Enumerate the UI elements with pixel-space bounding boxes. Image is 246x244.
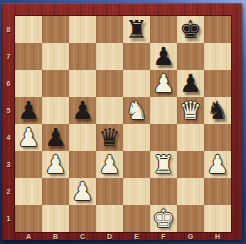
file-label-g: G xyxy=(177,232,204,240)
rank-label-5: 5 xyxy=(2,97,15,124)
piece-black-king[interactable]: ♚ xyxy=(177,16,204,43)
square-g4[interactable] xyxy=(177,124,204,151)
file-label-e: E xyxy=(123,232,150,240)
square-d6[interactable] xyxy=(96,70,123,97)
square-d8[interactable] xyxy=(96,16,123,43)
square-d7[interactable] xyxy=(96,43,123,70)
square-e8[interactable]: ♜ xyxy=(123,16,150,43)
piece-white-rook[interactable]: ♜ xyxy=(150,151,177,178)
square-b6[interactable] xyxy=(42,70,69,97)
square-a8[interactable] xyxy=(15,16,42,43)
rank-label-2: 2 xyxy=(2,178,15,205)
piece-white-king[interactable]: ♚ xyxy=(150,205,177,232)
piece-white-pawn[interactable]: ♟ xyxy=(15,124,42,151)
square-e7[interactable] xyxy=(123,43,150,70)
square-h6[interactable] xyxy=(204,70,231,97)
square-f6[interactable]: ♟ xyxy=(150,70,177,97)
square-g8[interactable]: ♚ xyxy=(177,16,204,43)
square-a5[interactable]: ♟ xyxy=(15,97,42,124)
rank-label-7: 7 xyxy=(2,43,15,70)
chess-board: ♜♚♟♟♟♟♟♞♛♞♟♟♛♟♟♜♟♟♚ xyxy=(15,16,231,232)
square-a7[interactable] xyxy=(15,43,42,70)
square-c2[interactable]: ♟ xyxy=(69,178,96,205)
square-h1[interactable] xyxy=(204,205,231,232)
file-label-c: C xyxy=(69,232,96,240)
rank-label-4: 4 xyxy=(2,124,15,151)
square-g6[interactable]: ♟ xyxy=(177,70,204,97)
square-h7[interactable] xyxy=(204,43,231,70)
square-c8[interactable] xyxy=(69,16,96,43)
piece-white-pawn[interactable]: ♟ xyxy=(42,151,69,178)
square-c3[interactable] xyxy=(69,151,96,178)
square-f8[interactable] xyxy=(150,16,177,43)
square-f5[interactable] xyxy=(150,97,177,124)
square-b4[interactable]: ♟ xyxy=(42,124,69,151)
square-a4[interactable]: ♟ xyxy=(15,124,42,151)
piece-black-pawn[interactable]: ♟ xyxy=(177,70,204,97)
piece-white-pawn[interactable]: ♟ xyxy=(150,70,177,97)
square-c6[interactable] xyxy=(69,70,96,97)
rank-label-8: 8 xyxy=(2,16,15,43)
square-e1[interactable] xyxy=(123,205,150,232)
square-e6[interactable] xyxy=(123,70,150,97)
piece-black-queen[interactable]: ♛ xyxy=(96,124,123,151)
square-e2[interactable] xyxy=(123,178,150,205)
square-a1[interactable] xyxy=(15,205,42,232)
square-b7[interactable] xyxy=(42,43,69,70)
square-h5[interactable]: ♞ xyxy=(204,97,231,124)
square-c4[interactable] xyxy=(69,124,96,151)
square-g2[interactable] xyxy=(177,178,204,205)
piece-black-pawn[interactable]: ♟ xyxy=(150,43,177,70)
piece-black-pawn[interactable]: ♟ xyxy=(42,124,69,151)
piece-white-queen[interactable]: ♛ xyxy=(177,97,204,124)
file-label-h: H xyxy=(204,232,231,240)
file-label-a: A xyxy=(15,232,42,240)
piece-black-rook[interactable]: ♜ xyxy=(123,16,150,43)
piece-white-pawn[interactable]: ♟ xyxy=(204,151,231,178)
piece-white-pawn[interactable]: ♟ xyxy=(69,178,96,205)
square-b1[interactable] xyxy=(42,205,69,232)
piece-black-knight[interactable]: ♞ xyxy=(204,97,231,124)
square-a3[interactable] xyxy=(15,151,42,178)
window-background: ♜♚♟♟♟♟♟♞♛♞♟♟♛♟♟♜♟♟♚ 87654321 ABCDEFGH xyxy=(0,0,246,244)
piece-black-pawn[interactable]: ♟ xyxy=(69,97,96,124)
square-f7[interactable]: ♟ xyxy=(150,43,177,70)
square-d4[interactable]: ♛ xyxy=(96,124,123,151)
piece-white-pawn[interactable]: ♟ xyxy=(96,151,123,178)
square-a6[interactable] xyxy=(15,70,42,97)
square-b5[interactable] xyxy=(42,97,69,124)
rank-label-6: 6 xyxy=(2,70,15,97)
square-d3[interactable]: ♟ xyxy=(96,151,123,178)
square-e5[interactable]: ♞ xyxy=(123,97,150,124)
square-b2[interactable] xyxy=(42,178,69,205)
square-b3[interactable]: ♟ xyxy=(42,151,69,178)
square-d5[interactable] xyxy=(96,97,123,124)
square-a2[interactable] xyxy=(15,178,42,205)
piece-black-pawn[interactable]: ♟ xyxy=(15,97,42,124)
square-g7[interactable] xyxy=(177,43,204,70)
square-e4[interactable] xyxy=(123,124,150,151)
square-d2[interactable] xyxy=(96,178,123,205)
square-g3[interactable] xyxy=(177,151,204,178)
piece-white-knight[interactable]: ♞ xyxy=(123,97,150,124)
square-c5[interactable]: ♟ xyxy=(69,97,96,124)
chess-board-frame: ♜♚♟♟♟♟♟♞♛♞♟♟♛♟♟♜♟♟♚ 87654321 ABCDEFGH xyxy=(2,3,242,240)
file-label-d: D xyxy=(96,232,123,240)
square-b8[interactable] xyxy=(42,16,69,43)
square-f3[interactable]: ♜ xyxy=(150,151,177,178)
square-e3[interactable] xyxy=(123,151,150,178)
rank-label-1: 1 xyxy=(2,205,15,232)
square-g5[interactable]: ♛ xyxy=(177,97,204,124)
square-g1[interactable] xyxy=(177,205,204,232)
file-label-b: B xyxy=(42,232,69,240)
square-f1[interactable]: ♚ xyxy=(150,205,177,232)
square-c1[interactable] xyxy=(69,205,96,232)
square-f4[interactable] xyxy=(150,124,177,151)
rank-label-3: 3 xyxy=(2,151,15,178)
square-h3[interactable]: ♟ xyxy=(204,151,231,178)
square-h8[interactable] xyxy=(204,16,231,43)
square-h4[interactable] xyxy=(204,124,231,151)
square-h2[interactable] xyxy=(204,178,231,205)
square-f2[interactable] xyxy=(150,178,177,205)
square-d1[interactable] xyxy=(96,205,123,232)
square-c7[interactable] xyxy=(69,43,96,70)
file-label-f: F xyxy=(150,232,177,240)
